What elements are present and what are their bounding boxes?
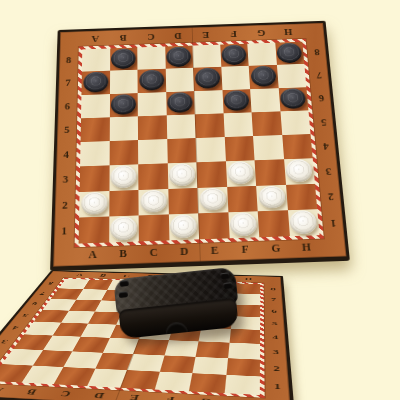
board-upright-3d: ABCDEFGHABCDEFGH8765432187654321 xyxy=(50,21,350,272)
rank-right-label-8: 8 xyxy=(309,40,326,63)
scene: ABCDEFGHABCDEFGH8765432187654321 ABCDEFG… xyxy=(0,0,400,400)
square-h7 xyxy=(276,64,306,88)
rank-right-label-4: 4 xyxy=(317,133,335,158)
rank-right-label-2: 2 xyxy=(322,183,340,209)
rank-left-label-5: 5 xyxy=(59,118,75,143)
white-checker-h3 xyxy=(285,159,313,182)
white-checker-g2 xyxy=(258,186,286,209)
square-e6 xyxy=(194,90,223,114)
black-checker-e7 xyxy=(195,68,220,89)
rank-right-label-8: 8 xyxy=(266,284,280,295)
case-clasp-icon xyxy=(119,280,129,287)
rank-right-labels: 87654321 xyxy=(266,284,287,397)
black-checker-b8 xyxy=(111,48,135,69)
file-top-label-e: E xyxy=(192,28,220,41)
square-g2 xyxy=(192,357,227,375)
file-top-label-d: D xyxy=(164,29,192,42)
black-checker-c7 xyxy=(139,70,164,91)
square-b8 xyxy=(110,47,138,70)
square-f2 xyxy=(159,355,195,373)
square-a2 xyxy=(79,191,109,218)
file-top-label-f: F xyxy=(219,27,247,40)
file-bottom-label-d: D xyxy=(80,389,119,400)
square-g5 xyxy=(252,111,282,136)
white-checker-f3 xyxy=(227,162,254,185)
rank-right-label-3: 3 xyxy=(267,344,285,360)
square-c4 xyxy=(138,139,167,164)
white-checker-c2 xyxy=(140,190,166,213)
square-a6 xyxy=(81,94,110,118)
square-g4 xyxy=(253,135,284,160)
square-g3 xyxy=(255,159,286,185)
square-g3 xyxy=(196,342,229,358)
square-e3 xyxy=(196,162,226,188)
square-d6 xyxy=(166,91,195,115)
rank-right-label-3: 3 xyxy=(319,158,337,184)
file-top-label-c: C xyxy=(137,30,165,43)
file-top-label-g: G xyxy=(247,26,275,39)
square-b2 xyxy=(109,190,139,217)
square-c2 xyxy=(138,189,168,216)
white-checker-d1 xyxy=(170,214,197,238)
rank-right-label-5: 5 xyxy=(267,317,283,331)
case-clasp-icon xyxy=(119,291,129,298)
square-e7 xyxy=(193,67,222,91)
rank-left-label-4: 4 xyxy=(58,142,74,167)
square-h3 xyxy=(284,158,315,184)
white-checker-e2 xyxy=(199,188,226,211)
rank-left-labels: 87654321 xyxy=(56,49,76,245)
square-f2 xyxy=(227,185,258,212)
file-bottom-label-c: C xyxy=(138,245,169,261)
black-checker-d8 xyxy=(166,47,191,68)
black-checker-f6 xyxy=(224,90,250,111)
rank-right-label-7: 7 xyxy=(311,63,328,86)
square-c6 xyxy=(138,92,167,116)
file-bottom-label-d: D xyxy=(169,244,200,260)
rank-right-label-7: 7 xyxy=(266,294,281,306)
square-e4 xyxy=(196,137,226,162)
file-top-label-h: H xyxy=(236,276,261,282)
square-d5 xyxy=(166,114,195,139)
white-checker-b3 xyxy=(111,166,137,189)
rank-right-label-6: 6 xyxy=(313,86,330,110)
square-a5 xyxy=(81,117,110,142)
rank-right-label-1: 1 xyxy=(324,209,342,236)
square-f3 xyxy=(164,340,198,356)
black-checker-d6 xyxy=(167,92,192,113)
checkers-board: ABCDEFGHABCDEFGH8765432187654321 xyxy=(50,21,350,272)
square-g1 xyxy=(189,373,226,393)
black-checker-a7 xyxy=(83,72,108,93)
square-g8 xyxy=(247,43,276,66)
black-checker-f8 xyxy=(221,45,246,65)
case-clasp-icon xyxy=(220,272,230,279)
white-checker-f1 xyxy=(230,212,258,236)
square-c3 xyxy=(138,164,168,190)
white-checker-a2 xyxy=(81,192,107,215)
square-c7 xyxy=(137,69,165,93)
square-b6 xyxy=(109,93,137,117)
rank-right-label-4: 4 xyxy=(267,330,284,345)
square-a7 xyxy=(81,71,109,95)
square-e5 xyxy=(195,113,225,138)
rank-left-label-7: 7 xyxy=(60,71,75,95)
square-g7 xyxy=(249,65,279,89)
square-d1 xyxy=(168,213,199,240)
rank-right-label-5: 5 xyxy=(315,109,332,134)
file-bottom-label-f: F xyxy=(230,242,261,258)
black-checker-b6 xyxy=(111,94,136,115)
square-e1 xyxy=(198,212,229,239)
square-h3 xyxy=(228,343,260,360)
white-checker-d3 xyxy=(169,164,195,187)
square-b3 xyxy=(109,165,138,191)
rank-left-label-1: 1 xyxy=(56,218,72,245)
rank-left-label-8: 8 xyxy=(61,49,76,72)
file-bottom-label-g: G xyxy=(187,395,225,400)
case-thumb-notch xyxy=(165,321,188,334)
storage-case xyxy=(113,267,241,339)
file-top-label-b: B xyxy=(90,273,117,279)
square-g2 xyxy=(256,184,287,211)
black-checker-h8 xyxy=(277,43,303,63)
square-e8 xyxy=(192,45,221,68)
square-b5 xyxy=(109,116,138,141)
square-h4 xyxy=(282,134,313,159)
case-clasp-icon xyxy=(223,282,233,289)
square-f1 xyxy=(154,371,192,391)
square-f4 xyxy=(224,136,254,161)
file-bottom-label-g: G xyxy=(260,241,292,257)
rank-right-label-2: 2 xyxy=(268,360,286,378)
file-top-label-a: A xyxy=(81,32,109,45)
square-d4 xyxy=(167,138,197,163)
square-h5 xyxy=(280,110,311,135)
square-h4 xyxy=(229,329,260,344)
rank-left-label-3: 3 xyxy=(57,167,73,193)
square-a3 xyxy=(80,166,110,192)
square-h2 xyxy=(286,183,318,210)
square-g6 xyxy=(250,88,280,112)
square-f1 xyxy=(228,211,259,238)
square-g1 xyxy=(258,210,290,237)
square-f3 xyxy=(225,160,256,186)
square-a4 xyxy=(80,141,109,167)
square-b1 xyxy=(109,215,139,242)
file-bottom-label-a: A xyxy=(77,247,108,263)
rank-right-label-1: 1 xyxy=(268,377,287,397)
square-b4 xyxy=(109,140,138,165)
square-e2 xyxy=(197,187,228,214)
file-bottom-label-f: F xyxy=(150,393,188,400)
file-bottom-label-h: H xyxy=(291,240,323,256)
rank-left-label-2: 2 xyxy=(57,192,73,218)
square-d8 xyxy=(165,46,193,69)
square-f8 xyxy=(220,44,249,67)
square-h2 xyxy=(226,358,260,376)
square-f6 xyxy=(222,89,252,113)
square-a8 xyxy=(82,48,110,71)
square-h6 xyxy=(278,87,308,111)
square-d3 xyxy=(167,163,197,189)
square-b7 xyxy=(110,70,138,94)
white-checker-b1 xyxy=(111,216,137,240)
square-f5 xyxy=(223,112,253,137)
file-top-label-h: H xyxy=(274,25,303,38)
square-c1 xyxy=(139,214,169,241)
white-checker-h1 xyxy=(289,210,317,234)
black-checker-g7 xyxy=(250,66,276,87)
black-checker-h6 xyxy=(280,88,307,109)
rank-left-label-6: 6 xyxy=(60,95,75,119)
square-a1 xyxy=(79,216,109,243)
file-bottom-label-b: B xyxy=(108,246,139,262)
square-c5 xyxy=(138,115,167,140)
board-upright: ABCDEFGHABCDEFGH8765432187654321 xyxy=(50,0,350,266)
square-h8 xyxy=(275,42,304,65)
rank-right-label-6: 6 xyxy=(266,305,281,317)
square-d7 xyxy=(165,68,194,92)
square-h1 xyxy=(287,209,319,236)
file-bottom-label-e: E xyxy=(115,391,154,400)
square-f7 xyxy=(221,66,250,90)
square-c8 xyxy=(137,47,165,70)
file-top-label-b: B xyxy=(109,31,137,44)
square-d2 xyxy=(168,188,198,215)
square-h1 xyxy=(224,375,260,395)
file-bottom-label-e: E xyxy=(199,243,230,259)
